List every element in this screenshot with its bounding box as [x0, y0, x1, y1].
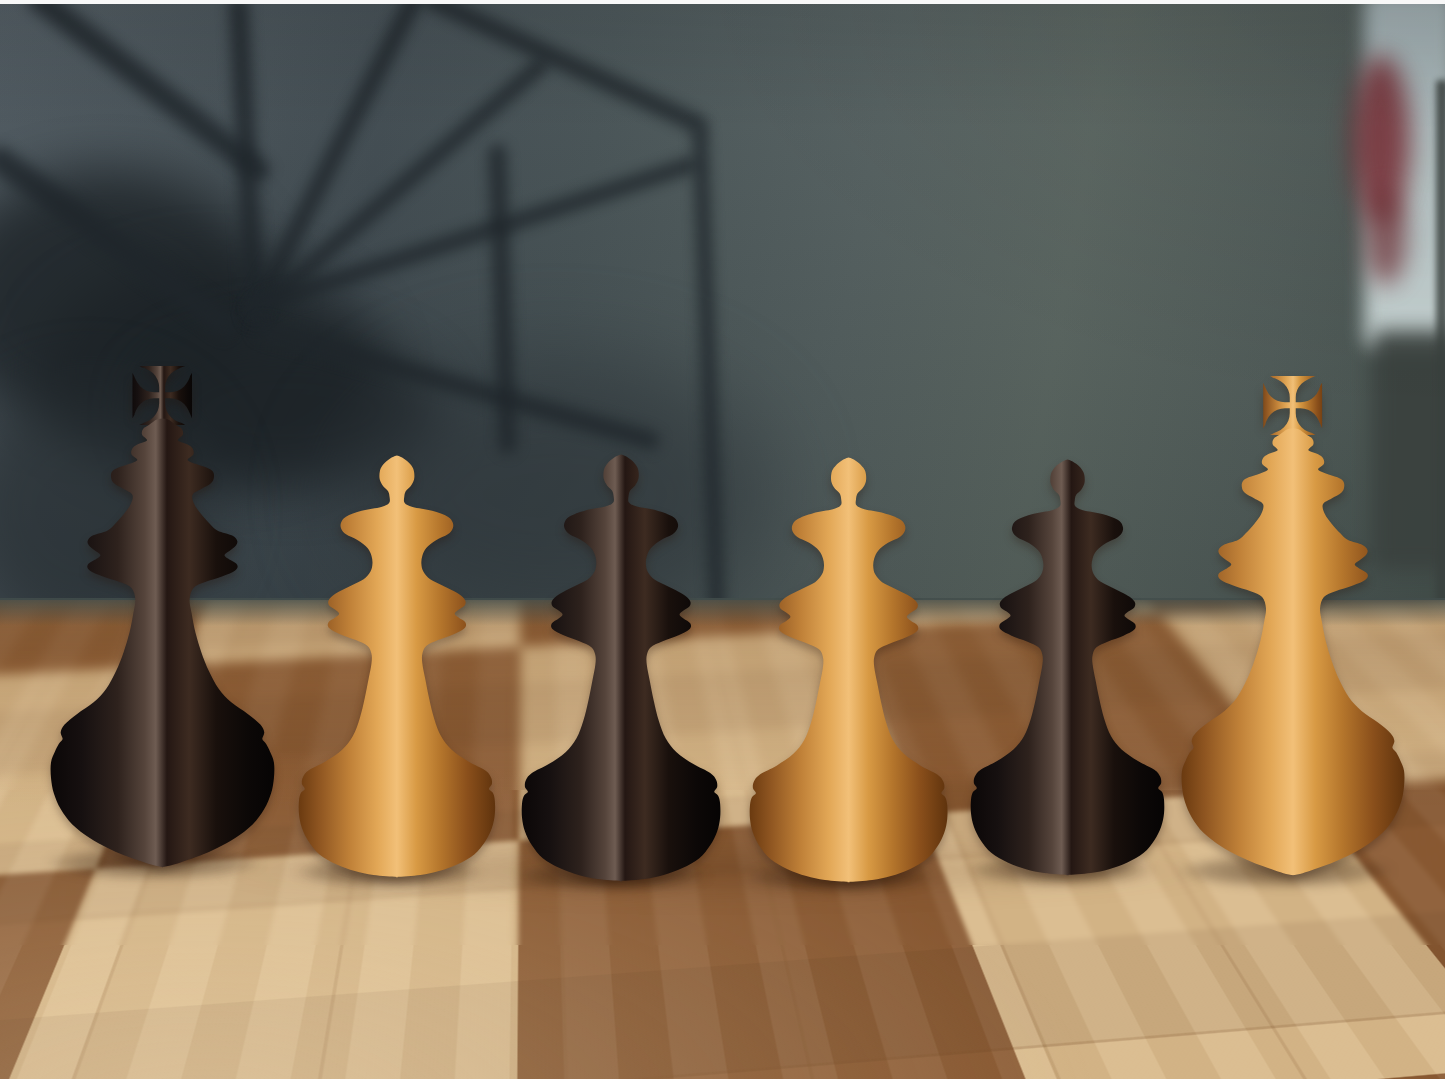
pieces-row: ✠✠ [0, 0, 1445, 1086]
black-queen-body [522, 454, 721, 881]
white-king-body [1182, 428, 1405, 875]
black-queen-body [971, 460, 1165, 876]
photo-scene: ✠✠ [0, 0, 1445, 1086]
black-king-body [50, 419, 274, 868]
white-queen-body [299, 455, 495, 877]
white-queen [299, 456, 495, 877]
black-king: ✠ [51, 365, 274, 869]
black-queen [522, 455, 720, 881]
white-queen [750, 458, 947, 882]
white-queen-body [750, 457, 948, 882]
black-queen [971, 460, 1164, 875]
top-white-strip [0, 0, 1445, 4]
bottom-white-strip [0, 1079, 1445, 1086]
white-king: ✠ [1182, 375, 1404, 877]
